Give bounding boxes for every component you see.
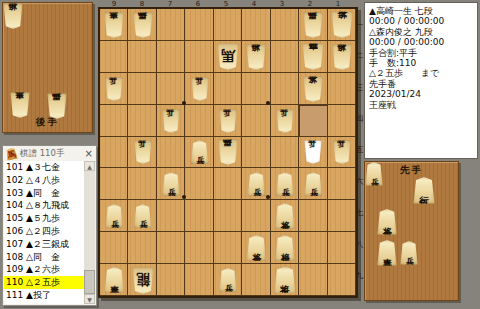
piece-kanji: 馬 [221, 50, 235, 64]
info-line-9: 2023/01/24 [369, 89, 477, 99]
sente-piece-歩兵[interactable]: 歩兵 [276, 172, 294, 196]
hoshi-dot [266, 101, 270, 105]
kifu-move-105[interactable]: 105 ▲５九歩 [4, 212, 84, 225]
square-1八[interactable] [328, 232, 356, 264]
piece-kanji: 龍 [136, 273, 150, 287]
square-1一[interactable]: 王将 [328, 9, 356, 41]
gote-piece-歩兵[interactable]: 歩兵 [191, 77, 209, 101]
square-7七[interactable] [157, 200, 185, 232]
kifu-app-icon: 馬 [5, 146, 18, 160]
info-line-2: 00:00 / 00:00:00 [369, 16, 477, 26]
sente-hand-piece[interactable]: 金将 [377, 209, 397, 235]
square-3四[interactable]: 歩兵 [271, 105, 299, 137]
close-icon[interactable]: × [85, 149, 93, 159]
info-line-5: 手合割:平手 [369, 48, 477, 58]
square-1九[interactable] [328, 264, 356, 296]
square-5二[interactable]: 馬 [214, 41, 242, 73]
square-6六[interactable] [185, 168, 213, 200]
square-3五[interactable] [271, 137, 299, 169]
gote-hand-piece[interactable]: 桂馬 [47, 93, 67, 119]
square-7一[interactable] [157, 9, 185, 41]
square-9七[interactable]: 歩兵 [100, 200, 128, 232]
square-9八[interactable] [100, 232, 128, 264]
sente-piece-玉将[interactable]: 玉将 [274, 267, 296, 294]
square-9四[interactable] [100, 105, 128, 137]
square-1六[interactable] [328, 168, 356, 200]
square-1五[interactable]: 歩兵 [328, 137, 356, 169]
square-1三[interactable] [328, 73, 356, 105]
square-3六[interactable]: 歩兵 [271, 168, 299, 200]
sente-piece-歩兵[interactable]: 歩兵 [134, 204, 152, 228]
kifu-window: 馬 棋譜 110手 × 101 ▲３七金102 △４八歩103 ▲同 金104 … [2, 145, 97, 306]
sente-piece-歩兵[interactable]: 歩兵 [191, 140, 209, 164]
square-5七[interactable] [214, 200, 242, 232]
move-list-scrollbar[interactable]: ▲ ▼ [84, 161, 95, 304]
gote-piece-歩兵[interactable]: 歩兵 [304, 140, 322, 164]
gote-piece-歩兵[interactable]: 歩兵 [276, 109, 294, 133]
gote-piece-歩兵[interactable]: 歩兵 [105, 77, 123, 101]
gote-piece-王将[interactable]: 王将 [331, 11, 353, 38]
sente-piece-歩兵[interactable]: 歩兵 [105, 204, 123, 228]
square-4八[interactable]: 金将 [242, 232, 270, 264]
square-2九[interactable] [299, 264, 327, 296]
square-7五[interactable] [157, 137, 185, 169]
sente-captured-stand: 先手 角行金将香車歩兵歩兵 [364, 161, 459, 301]
square-8四[interactable] [128, 105, 156, 137]
square-4一[interactable] [242, 9, 270, 41]
square-2六[interactable]: 歩兵 [299, 168, 327, 200]
sente-piece-香車[interactable]: 香車 [104, 267, 124, 293]
square-3七[interactable]: 金将 [271, 200, 299, 232]
square-3九[interactable]: 玉将 [271, 264, 299, 296]
gote-piece-桂馬[interactable]: 桂馬 [218, 139, 238, 165]
sente-hand-piece[interactable]: 歩兵 [365, 162, 383, 186]
gote-piece-桂馬[interactable]: 桂馬 [133, 12, 153, 38]
kifu-move-111[interactable]: 111 ▲投了 [4, 289, 84, 302]
square-6四[interactable] [185, 105, 213, 137]
hoshi-dot [182, 195, 186, 199]
scroll-down-icon[interactable]: ▼ [84, 294, 95, 304]
scrollbar-thumb[interactable] [84, 270, 95, 294]
square-6九[interactable] [185, 264, 213, 296]
sente-piece-金将[interactable]: 金将 [246, 235, 266, 261]
sente-piece-歩兵[interactable]: 歩兵 [400, 241, 418, 265]
square-8二[interactable] [128, 41, 156, 73]
board-grid: 香車桂馬桂馬王将馬銀将飛車銀将歩兵歩兵金将歩兵歩兵歩兵歩兵歩兵桂馬歩兵歩兵歩兵歩… [100, 9, 356, 296]
gote-piece-馬[interactable]: 馬 [217, 43, 239, 70]
square-5六[interactable] [214, 168, 242, 200]
info-line-7: △２五歩 まで [369, 68, 477, 78]
square-9三[interactable]: 歩兵 [100, 73, 128, 105]
square-3二[interactable] [271, 41, 299, 73]
square-5五[interactable]: 桂馬 [214, 137, 242, 169]
gote-hand-piece[interactable]: 香車 [10, 92, 30, 118]
gote-piece-歩兵[interactable]: 歩兵 [333, 140, 351, 164]
gote-piece-桂馬[interactable]: 桂馬 [47, 93, 67, 119]
square-7九[interactable] [157, 264, 185, 296]
square-2四[interactable] [299, 105, 327, 137]
square-7二[interactable] [157, 41, 185, 73]
square-3一[interactable] [271, 9, 299, 41]
info-line-10: 王座戦 [369, 100, 477, 110]
square-8五[interactable]: 歩兵 [128, 137, 156, 169]
square-5一[interactable] [214, 9, 242, 41]
gote-captured-stand: 後手 香車桂馬銀将 [2, 2, 93, 133]
shogi-app-window: 987654321 一二三四五六七八九 香車桂馬桂馬王将馬銀将飛車銀将歩兵歩兵金… [0, 0, 480, 309]
square-4七[interactable] [242, 200, 270, 232]
square-1二[interactable]: 銀将 [328, 41, 356, 73]
gote-piece-銀将[interactable]: 銀将 [332, 44, 352, 70]
hoshi-dot [182, 101, 186, 105]
square-8三[interactable] [128, 73, 156, 105]
sente-piece-歩兵[interactable]: 歩兵 [304, 172, 322, 196]
square-5四[interactable]: 歩兵 [214, 105, 242, 137]
move-list[interactable]: 101 ▲３七金102 △４八歩103 ▲同 金104 △８九飛成105 ▲５九… [4, 161, 84, 304]
square-8七[interactable]: 歩兵 [128, 200, 156, 232]
sente-hand-piece[interactable]: 角行 [413, 177, 435, 204]
sente-hand-piece[interactable]: 歩兵 [400, 241, 418, 265]
square-1七[interactable] [328, 200, 356, 232]
square-5九[interactable]: 歩兵 [214, 264, 242, 296]
square-7八[interactable] [157, 232, 185, 264]
sente-piece-歩兵[interactable]: 歩兵 [365, 162, 383, 186]
scroll-up-icon[interactable]: ▲ [84, 161, 95, 171]
kifu-move-107[interactable]: 107 ▲２三銀成 [4, 238, 84, 251]
square-6一[interactable] [185, 9, 213, 41]
kifu-move-104[interactable]: 104 △８九飛成 [4, 199, 84, 212]
square-8六[interactable] [128, 168, 156, 200]
gote-piece-龍[interactable]: 龍 [132, 267, 154, 294]
square-6八[interactable] [185, 232, 213, 264]
square-2一[interactable]: 桂馬 [299, 9, 327, 41]
kifu-move-106[interactable]: 106 △２四歩 [4, 225, 84, 238]
square-9六[interactable] [100, 168, 128, 200]
square-9五[interactable] [100, 137, 128, 169]
hoshi-dot [266, 195, 270, 199]
square-9一[interactable]: 香車 [100, 9, 128, 41]
kifu-titlebar[interactable]: 馬 棋譜 110手 × [3, 146, 96, 162]
info-line-6: 手 数:110 [369, 58, 477, 68]
sente-piece-歩兵[interactable]: 歩兵 [162, 172, 180, 196]
square-4九[interactable] [242, 264, 270, 296]
square-7四[interactable]: 歩兵 [157, 105, 185, 137]
kifu-move-103[interactable]: 103 ▲同 金 [4, 187, 84, 200]
square-2五[interactable]: 歩兵 [299, 137, 327, 169]
info-line-8: 先手番 [369, 79, 477, 89]
gote-hand-piece[interactable]: 銀将 [3, 3, 23, 29]
game-info-panel: ▲高崎一生 七段00:00 / 00:00:00△森内俊之 九段00:00 / … [364, 2, 478, 159]
kifu-move-102[interactable]: 102 △４八歩 [4, 174, 84, 187]
sente-piece-香車[interactable]: 香車 [377, 240, 397, 266]
kifu-move-101[interactable]: 101 ▲３七金 [4, 161, 84, 174]
sente-piece-角行[interactable]: 角行 [413, 177, 435, 204]
square-8八[interactable] [128, 232, 156, 264]
square-2三[interactable]: 金将 [299, 73, 327, 105]
square-8一[interactable]: 桂馬 [128, 9, 156, 41]
gote-piece-歩兵[interactable]: 歩兵 [219, 109, 237, 133]
square-3八[interactable]: 銀将 [271, 232, 299, 264]
sente-piece-金将[interactable]: 金将 [275, 203, 295, 229]
gote-piece-歩兵[interactable]: 歩兵 [162, 109, 180, 133]
square-6二[interactable] [185, 41, 213, 73]
kifu-move-110[interactable]: 110 △２五歩 [4, 276, 84, 289]
sente-piece-歩兵[interactable]: 歩兵 [219, 268, 237, 292]
shogi-board: 香車桂馬桂馬王将馬銀将飛車銀将歩兵歩兵金将歩兵歩兵歩兵歩兵歩兵桂馬歩兵歩兵歩兵歩… [98, 7, 358, 298]
square-7六[interactable]: 歩兵 [157, 168, 185, 200]
square-1四[interactable] [328, 105, 356, 137]
kifu-move-108[interactable]: 108 △同 金 [4, 251, 84, 264]
square-5八[interactable] [214, 232, 242, 264]
square-2七[interactable] [299, 200, 327, 232]
square-4二[interactable]: 銀将 [242, 41, 270, 73]
square-9二[interactable] [100, 41, 128, 73]
square-6五[interactable]: 歩兵 [185, 137, 213, 169]
sente-piece-金将[interactable]: 金将 [377, 209, 397, 235]
square-8九[interactable]: 龍 [128, 264, 156, 296]
square-5三[interactable] [214, 73, 242, 105]
info-line-4: 00:00 / 00:00:00 [369, 37, 477, 47]
square-4四[interactable] [242, 105, 270, 137]
square-7三[interactable] [157, 73, 185, 105]
square-2八[interactable] [299, 232, 327, 264]
gote-piece-銀将[interactable]: 銀将 [3, 3, 23, 29]
kifu-move-109[interactable]: 109 ▲２六歩 [4, 263, 84, 276]
info-line-3: △森内俊之 九段 [369, 27, 477, 37]
square-2二[interactable]: 飛車 [299, 41, 327, 73]
gote-piece-飛車[interactable]: 飛車 [302, 43, 324, 70]
gote-piece-歩兵[interactable]: 歩兵 [134, 140, 152, 164]
gote-piece-香車[interactable]: 香車 [10, 92, 30, 118]
gote-piece-銀将[interactable]: 銀将 [246, 44, 266, 70]
kifu-window-title: 棋譜 110手 [20, 148, 64, 160]
info-line-1: ▲高崎一生 七段 [369, 6, 477, 16]
gote-piece-金将[interactable]: 金将 [303, 76, 323, 102]
gote-piece-桂馬[interactable]: 桂馬 [303, 12, 323, 38]
square-6三[interactable]: 歩兵 [185, 73, 213, 105]
sente-piece-歩兵[interactable]: 歩兵 [247, 172, 265, 196]
square-3三[interactable] [271, 73, 299, 105]
gote-piece-香車[interactable]: 香車 [104, 12, 124, 38]
sente-piece-銀将[interactable]: 銀将 [275, 235, 295, 261]
square-4三[interactable] [242, 73, 270, 105]
square-4五[interactable] [242, 137, 270, 169]
square-6七[interactable] [185, 200, 213, 232]
sente-hand-piece[interactable]: 香車 [377, 240, 397, 266]
square-9九[interactable]: 香車 [100, 264, 128, 296]
